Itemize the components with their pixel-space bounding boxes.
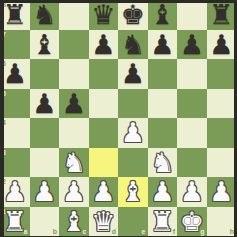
black-pawn[interactable]: ♟ [207,30,237,60]
white-pawn[interactable]: ♟ [207,177,237,207]
square-d5[interactable] [89,89,119,119]
square-g4[interactable] [177,118,207,148]
black-queen[interactable]: ♛ [89,0,119,30]
white-pawn[interactable]: ♟ [0,177,30,207]
square-c1[interactable]: c♝ [59,207,89,237]
white-bishop[interactable]: ♝ [118,177,148,207]
white-king[interactable]: ♚ [177,207,207,237]
square-h2[interactable]: ♟ [207,177,237,207]
white-queen[interactable]: ♛ [89,207,119,237]
white-knight[interactable]: ♞ [148,148,178,178]
square-e6[interactable]: ♟ [118,59,148,89]
square-g3[interactable] [177,148,207,178]
black-pawn[interactable]: ♟ [59,89,89,119]
white-knight[interactable]: ♞ [59,148,89,178]
black-pawn[interactable]: ♟ [30,89,60,119]
chess-board-area: 8♜♞♛♚♝♜7♝♟♞♟♟♟6♟♟5♟♟4♟3♞♞2♟♟♟♟♝♟♟♟1a♜bc♝… [0,0,236,236]
file-label-e: e [142,228,146,235]
black-pawn[interactable]: ♟ [0,59,30,89]
square-h4[interactable] [207,118,237,148]
square-b2[interactable]: ♟ [30,177,60,207]
square-f2[interactable]: ♟ [148,177,178,207]
square-g1[interactable]: g♚ [177,207,207,237]
square-g7[interactable]: ♟ [177,30,207,60]
square-c4[interactable] [59,118,89,148]
white-rook[interactable]: ♜ [0,207,30,237]
square-h3[interactable] [207,148,237,178]
square-b4[interactable] [30,118,60,148]
square-h6[interactable] [207,59,237,89]
white-pawn[interactable]: ♟ [148,177,178,207]
square-d1[interactable]: d♛ [89,207,119,237]
square-a7[interactable]: 7 [0,30,30,60]
square-c7[interactable] [59,30,89,60]
black-pawn[interactable]: ♟ [89,30,119,60]
square-b6[interactable] [30,59,60,89]
board-edge-right [234,0,236,236]
white-rook[interactable]: ♜ [148,207,178,237]
black-rook[interactable]: ♜ [207,0,237,30]
square-c3[interactable]: ♞ [59,148,89,178]
chess-board: 8♜♞♛♚♝♜7♝♟♞♟♟♟6♟♟5♟♟4♟3♞♞2♟♟♟♟♝♟♟♟1a♜bc♝… [0,0,236,236]
square-f6[interactable] [148,59,178,89]
white-pawn[interactable]: ♟ [89,177,119,207]
board-edge-top [0,0,236,3]
square-f4[interactable] [148,118,178,148]
square-d2[interactable]: ♟ [89,177,119,207]
square-e1[interactable]: e [118,207,148,237]
square-b7[interactable]: ♝ [30,30,60,60]
square-d7[interactable]: ♟ [89,30,119,60]
square-a3[interactable]: 3 [0,148,30,178]
square-b1[interactable]: b [30,207,60,237]
black-knight[interactable]: ♞ [30,0,60,30]
square-g8[interactable] [177,0,207,30]
square-a4[interactable]: 4 [0,118,30,148]
square-h5[interactable] [207,89,237,119]
square-a5[interactable]: 5 [0,89,30,119]
board-edge-left [0,0,4,236]
square-h8[interactable]: ♜ [207,0,237,30]
square-c8[interactable] [59,0,89,30]
square-h1[interactable]: h [207,207,237,237]
square-g2[interactable]: ♟ [177,177,207,207]
square-f8[interactable]: ♝ [148,0,178,30]
square-e3[interactable] [118,148,148,178]
square-a8[interactable]: 8♜ [0,0,30,30]
square-e7[interactable]: ♞ [118,30,148,60]
square-d3[interactable] [89,148,119,178]
square-c6[interactable] [59,59,89,89]
white-bishop[interactable]: ♝ [59,207,89,237]
black-bishop[interactable]: ♝ [148,0,178,30]
square-g5[interactable] [177,89,207,119]
square-a1[interactable]: 1a♜ [0,207,30,237]
white-pawn[interactable]: ♟ [177,177,207,207]
black-pawn[interactable]: ♟ [118,59,148,89]
square-h7[interactable]: ♟ [207,30,237,60]
square-f5[interactable] [148,89,178,119]
black-knight[interactable]: ♞ [118,30,148,60]
white-pawn[interactable]: ♟ [118,118,148,148]
black-pawn[interactable]: ♟ [177,30,207,60]
black-bishop[interactable]: ♝ [30,30,60,60]
square-e8[interactable]: ♚ [118,0,148,30]
square-f1[interactable]: f♜ [148,207,178,237]
square-e4[interactable]: ♟ [118,118,148,148]
square-b3[interactable] [30,148,60,178]
square-f3[interactable]: ♞ [148,148,178,178]
square-a6[interactable]: 6♟ [0,59,30,89]
square-f7[interactable]: ♟ [148,30,178,60]
square-b5[interactable]: ♟ [30,89,60,119]
white-pawn[interactable]: ♟ [59,177,89,207]
square-d6[interactable] [89,59,119,89]
square-e5[interactable] [118,89,148,119]
square-d4[interactable] [89,118,119,148]
black-pawn[interactable]: ♟ [148,30,178,60]
square-d8[interactable]: ♛ [89,0,119,30]
file-label-b: b [53,228,57,235]
square-b8[interactable]: ♞ [30,0,60,30]
square-e2[interactable]: ♝ [118,177,148,207]
square-c2[interactable]: ♟ [59,177,89,207]
black-rook[interactable]: ♜ [0,0,30,30]
square-c5[interactable]: ♟ [59,89,89,119]
black-king[interactable]: ♚ [118,0,148,30]
square-g6[interactable] [177,59,207,89]
square-a2[interactable]: 2♟ [0,177,30,207]
white-pawn[interactable]: ♟ [30,177,60,207]
